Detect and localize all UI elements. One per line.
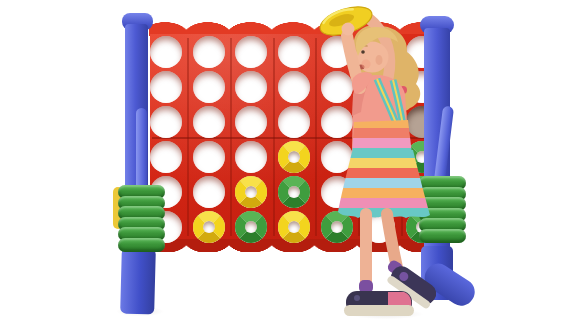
hole: [193, 71, 225, 103]
hole: [278, 106, 310, 138]
board-cell[interactable]: [315, 69, 358, 104]
right-ring-stack[interactable]: [419, 176, 466, 243]
disc-green: [321, 211, 353, 243]
hole: [193, 141, 225, 173]
hole: [363, 211, 395, 243]
hole: [321, 141, 353, 173]
stored-green-ring: [419, 229, 466, 243]
board-cell[interactable]: [230, 174, 273, 209]
board-cell[interactable]: [273, 69, 316, 104]
connect-four-board: [150, 22, 448, 252]
board-cell[interactable]: [315, 34, 358, 69]
board-cell[interactable]: [273, 209, 316, 244]
hole: [235, 106, 267, 138]
hole: [235, 141, 267, 173]
board-cell[interactable]: [358, 104, 401, 139]
hole: [363, 141, 395, 173]
disc-yellow: [278, 211, 310, 243]
child-sock: [386, 259, 404, 276]
floor-shadow: [336, 307, 436, 321]
board-cell[interactable]: [358, 174, 401, 209]
board-cell[interactable]: [187, 174, 230, 209]
disc-green: [235, 211, 267, 243]
hole: [321, 36, 353, 68]
scene: [0, 0, 576, 324]
hole: [278, 36, 310, 68]
board-cell[interactable]: [315, 104, 358, 139]
board-cell[interactable]: [187, 139, 230, 174]
connect-four-board-grid: [145, 34, 444, 244]
board-cell[interactable]: [358, 209, 401, 244]
hole: [278, 71, 310, 103]
hole: [363, 176, 395, 208]
board-cell[interactable]: [273, 104, 316, 139]
hole: [235, 36, 267, 68]
left-ring-stack[interactable]: [118, 185, 165, 252]
board-cell[interactable]: [145, 34, 188, 69]
board-cell[interactable]: [230, 209, 273, 244]
left-post-leg: [120, 248, 156, 315]
board-cell[interactable]: [145, 104, 188, 139]
hole: [321, 71, 353, 103]
board-cell[interactable]: [230, 69, 273, 104]
hole: [193, 106, 225, 138]
board-cell[interactable]: [230, 139, 273, 174]
board-cell[interactable]: [230, 104, 273, 139]
board-cell[interactable]: [358, 139, 401, 174]
board-cell[interactable]: [273, 139, 316, 174]
board-cell[interactable]: [145, 139, 188, 174]
board-cell[interactable]: [273, 34, 316, 69]
stored-green-ring: [118, 238, 165, 252]
board-cell[interactable]: [187, 69, 230, 104]
disc-green: [278, 176, 310, 208]
hole: [193, 36, 225, 68]
board-cell[interactable]: [187, 104, 230, 139]
disc-yellow: [193, 211, 225, 243]
hole: [150, 71, 182, 103]
child-back-hand: [360, 9, 372, 21]
hole: [193, 176, 225, 208]
hole: [321, 176, 353, 208]
child-sock: [359, 280, 373, 293]
hole: [363, 106, 395, 138]
left-slider-rod[interactable]: [136, 108, 147, 192]
board-cell[interactable]: [187, 34, 230, 69]
hole: [235, 71, 267, 103]
hole: [150, 141, 182, 173]
disc-yellow: [235, 176, 267, 208]
board-cell[interactable]: [358, 69, 401, 104]
board-cell[interactable]: [358, 34, 401, 69]
board-cell[interactable]: [187, 209, 230, 244]
board-cell[interactable]: [145, 69, 188, 104]
hole: [150, 106, 182, 138]
hole: [363, 71, 395, 103]
hole: [321, 106, 353, 138]
board-cell[interactable]: [315, 139, 358, 174]
board-cell[interactable]: [273, 174, 316, 209]
disc-yellow: [278, 141, 310, 173]
board-cell[interactable]: [315, 209, 358, 244]
board-cell[interactable]: [230, 34, 273, 69]
hole: [363, 36, 395, 68]
hole: [150, 36, 182, 68]
board-cell[interactable]: [315, 174, 358, 209]
